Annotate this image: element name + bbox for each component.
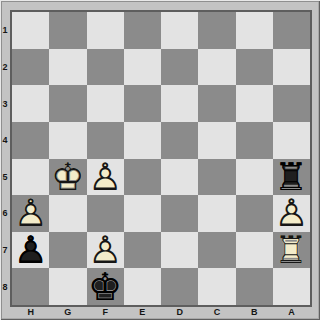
file-label-g: G: [49, 306, 86, 319]
square-g7[interactable]: [49, 232, 86, 269]
white-rook-outline: ♖: [273, 232, 310, 269]
file-label-d: D: [161, 306, 198, 319]
square-a5[interactable]: ♜♖: [273, 159, 310, 196]
file-label-c: C: [198, 306, 235, 319]
rank-label-3: 3: [0, 85, 10, 122]
file-label-h: H: [12, 306, 49, 319]
file-label-b: B: [236, 306, 273, 319]
black-pawn-outline: ♙: [12, 232, 49, 269]
square-c8[interactable]: [198, 268, 235, 305]
white-pawn-outline: ♙: [273, 195, 310, 232]
square-b6[interactable]: [236, 195, 273, 232]
white-pawn-outline: ♙: [87, 159, 124, 196]
square-b7[interactable]: [236, 232, 273, 269]
white-pawn-glyph: ♟: [273, 195, 310, 232]
white-pawn-glyph: ♟: [87, 159, 124, 196]
square-f7[interactable]: ♟♙: [87, 232, 124, 269]
square-f6[interactable]: [87, 195, 124, 232]
chess-board: ♚♔♟♙♜♖♟♙♟♙♟♙♟♙♜♖♚♔: [10, 10, 312, 307]
square-f2[interactable]: [87, 49, 124, 86]
square-b1[interactable]: [236, 12, 273, 49]
square-e8[interactable]: [124, 268, 161, 305]
square-c6[interactable]: [198, 195, 235, 232]
square-h4[interactable]: [12, 122, 49, 159]
white-rook-glyph: ♜: [273, 232, 310, 269]
square-a2[interactable]: [273, 49, 310, 86]
square-b3[interactable]: [236, 85, 273, 122]
white-pawn-glyph: ♟: [12, 195, 49, 232]
square-h1[interactable]: [12, 12, 49, 49]
square-e4[interactable]: [124, 122, 161, 159]
square-h5[interactable]: [12, 159, 49, 196]
black-king[interactable]: ♚♔: [87, 268, 124, 305]
square-g5[interactable]: ♚♔: [49, 159, 86, 196]
white-pawn[interactable]: ♟♙: [87, 159, 124, 196]
square-f5[interactable]: ♟♙: [87, 159, 124, 196]
black-pawn[interactable]: ♟♙: [12, 232, 49, 269]
white-pawn[interactable]: ♟♙: [87, 232, 124, 269]
square-b8[interactable]: [236, 268, 273, 305]
file-labels: HGFEDCBA: [12, 306, 310, 319]
square-c3[interactable]: [198, 85, 235, 122]
square-b5[interactable]: [236, 159, 273, 196]
square-g4[interactable]: [49, 122, 86, 159]
rank-label-1: 1: [0, 12, 10, 49]
rank-label-8: 8: [0, 268, 10, 305]
square-h8[interactable]: [12, 268, 49, 305]
square-d7[interactable]: [161, 232, 198, 269]
rank-label-2: 2: [0, 49, 10, 86]
square-d6[interactable]: [161, 195, 198, 232]
square-f8[interactable]: ♚♔: [87, 268, 124, 305]
square-c4[interactable]: [198, 122, 235, 159]
white-king-glyph: ♚: [49, 159, 86, 196]
rank-label-6: 6: [0, 195, 10, 232]
black-rook-glyph: ♜: [273, 159, 310, 196]
square-e2[interactable]: [124, 49, 161, 86]
rank-label-4: 4: [0, 122, 10, 159]
square-c5[interactable]: [198, 159, 235, 196]
square-d2[interactable]: [161, 49, 198, 86]
square-a6[interactable]: ♟♙: [273, 195, 310, 232]
black-rook-outline: ♖: [273, 159, 310, 196]
square-a8[interactable]: [273, 268, 310, 305]
square-e1[interactable]: [124, 12, 161, 49]
square-g8[interactable]: [49, 268, 86, 305]
black-pawn-glyph: ♟: [12, 232, 49, 269]
rank-label-5: 5: [0, 159, 10, 196]
square-g6[interactable]: [49, 195, 86, 232]
square-g3[interactable]: [49, 85, 86, 122]
white-king-outline: ♔: [49, 159, 86, 196]
white-pawn-outline: ♙: [87, 232, 124, 269]
rank-label-7: 7: [0, 232, 10, 269]
square-d4[interactable]: [161, 122, 198, 159]
square-h7[interactable]: ♟♙: [12, 232, 49, 269]
square-f1[interactable]: [87, 12, 124, 49]
white-rook[interactable]: ♜♖: [273, 232, 310, 269]
square-e6[interactable]: [124, 195, 161, 232]
file-label-a: A: [273, 306, 310, 319]
square-g2[interactable]: [49, 49, 86, 86]
white-king[interactable]: ♚♔: [49, 159, 86, 196]
square-a7[interactable]: ♜♖: [273, 232, 310, 269]
square-g1[interactable]: [49, 12, 86, 49]
square-e7[interactable]: [124, 232, 161, 269]
square-f3[interactable]: [87, 85, 124, 122]
square-a1[interactable]: [273, 12, 310, 49]
black-king-glyph: ♚: [87, 268, 124, 305]
square-d3[interactable]: [161, 85, 198, 122]
white-pawn[interactable]: ♟♙: [273, 195, 310, 232]
square-a4[interactable]: [273, 122, 310, 159]
square-h6[interactable]: ♟♙: [12, 195, 49, 232]
square-c7[interactable]: [198, 232, 235, 269]
square-f4[interactable]: [87, 122, 124, 159]
square-h2[interactable]: [12, 49, 49, 86]
white-pawn[interactable]: ♟♙: [12, 195, 49, 232]
black-king-outline: ♔: [87, 268, 124, 305]
square-e3[interactable]: [124, 85, 161, 122]
square-d1[interactable]: [161, 12, 198, 49]
square-d8[interactable]: [161, 268, 198, 305]
file-label-f: F: [87, 306, 124, 319]
white-pawn-outline: ♙: [12, 195, 49, 232]
rank-labels: 12345678: [0, 12, 10, 305]
square-b2[interactable]: [236, 49, 273, 86]
square-c2[interactable]: [198, 49, 235, 86]
square-e5[interactable]: [124, 159, 161, 196]
chess-diagram: 12345678 ♚♔♟♙♜♖♟♙♟♙♟♙♟♙♜♖♚♔ HGFEDCBA: [0, 0, 320, 320]
square-a3[interactable]: [273, 85, 310, 122]
square-c1[interactable]: [198, 12, 235, 49]
square-b4[interactable]: [236, 122, 273, 159]
square-h3[interactable]: [12, 85, 49, 122]
white-pawn-glyph: ♟: [87, 232, 124, 269]
file-label-e: E: [124, 306, 161, 319]
square-d5[interactable]: [161, 159, 198, 196]
black-rook[interactable]: ♜♖: [273, 159, 310, 196]
